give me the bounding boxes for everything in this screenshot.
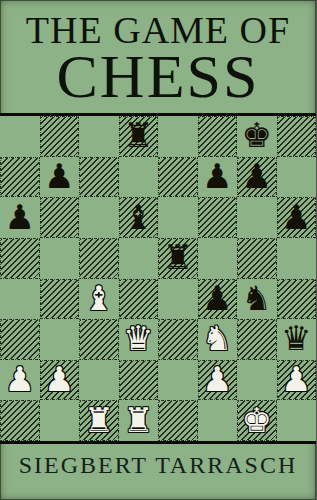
black-pawn-b7: ♟ xyxy=(44,159,74,193)
white-queen-d3: ♛ xyxy=(123,321,153,355)
square-h5 xyxy=(277,238,317,279)
square-h8 xyxy=(277,116,317,157)
white-pawn-f2: ♟ xyxy=(202,362,232,396)
square-c1: ♜ xyxy=(79,400,119,441)
square-h1 xyxy=(277,400,317,441)
square-e2 xyxy=(158,360,198,401)
square-h3: ♛ xyxy=(277,319,317,360)
black-rook-e5: ♜ xyxy=(163,240,193,274)
square-d3: ♛ xyxy=(119,319,159,360)
black-pawn-h6: ♟ xyxy=(281,200,311,234)
book-cover: THE GAME OF CHESS ♜♚♟♟♟♟♝♟♜♝♟♞♛♞♛♟♟♟♟♜♜♚… xyxy=(0,0,316,500)
square-e8 xyxy=(158,116,198,157)
square-a5 xyxy=(0,238,40,279)
square-a1 xyxy=(0,400,40,441)
black-king-g8: ♚ xyxy=(242,118,272,152)
white-bishop-c4: ♝ xyxy=(84,281,114,315)
square-b2: ♟ xyxy=(40,360,80,401)
square-g5 xyxy=(237,238,277,279)
square-c6 xyxy=(79,197,119,238)
square-f7: ♟ xyxy=(198,157,238,198)
square-g2 xyxy=(237,360,277,401)
square-d8: ♜ xyxy=(119,116,159,157)
square-g1: ♚ xyxy=(237,400,277,441)
black-pawn-f4: ♟ xyxy=(202,281,232,315)
square-g6 xyxy=(237,197,277,238)
white-rook-c1: ♜ xyxy=(84,403,114,437)
square-a6: ♟ xyxy=(0,197,40,238)
square-b8 xyxy=(40,116,80,157)
white-rook-d1: ♜ xyxy=(123,403,153,437)
square-f4: ♟ xyxy=(198,279,238,320)
square-f5 xyxy=(198,238,238,279)
square-d1: ♜ xyxy=(119,400,159,441)
square-f8 xyxy=(198,116,238,157)
square-e7 xyxy=(158,157,198,198)
square-a7 xyxy=(0,157,40,198)
white-king-g1: ♚ xyxy=(242,403,272,437)
square-e1 xyxy=(158,400,198,441)
square-b4 xyxy=(40,279,80,320)
white-knight-f3: ♞ xyxy=(202,321,232,355)
square-f3: ♞ xyxy=(198,319,238,360)
white-pawn-b2: ♟ xyxy=(44,362,74,396)
square-f1 xyxy=(198,400,238,441)
square-a3 xyxy=(0,319,40,360)
square-d7 xyxy=(119,157,159,198)
square-g3 xyxy=(237,319,277,360)
square-c3 xyxy=(79,319,119,360)
square-h4 xyxy=(277,279,317,320)
square-f2: ♟ xyxy=(198,360,238,401)
square-c4: ♝ xyxy=(79,279,119,320)
square-a2: ♟ xyxy=(0,360,40,401)
square-c5 xyxy=(79,238,119,279)
chess-board: ♜♚♟♟♟♟♝♟♜♝♟♞♛♞♛♟♟♟♟♜♜♚ xyxy=(0,116,316,441)
white-pawn-a2: ♟ xyxy=(5,362,35,396)
square-e3 xyxy=(158,319,198,360)
book-author: SIEGBERT TARRASCH xyxy=(0,444,316,500)
square-d2 xyxy=(119,360,159,401)
square-d5 xyxy=(119,238,159,279)
black-bishop-d6: ♝ xyxy=(123,200,153,234)
title-block: THE GAME OF CHESS xyxy=(0,0,316,113)
square-b1 xyxy=(40,400,80,441)
square-g7: ♟ xyxy=(237,157,277,198)
black-queen-h3: ♛ xyxy=(281,321,311,355)
square-c8 xyxy=(79,116,119,157)
square-b6 xyxy=(40,197,80,238)
square-a4 xyxy=(0,279,40,320)
book-title-line2: CHESS xyxy=(0,45,316,107)
black-pawn-f7: ♟ xyxy=(202,159,232,193)
square-e5: ♜ xyxy=(158,238,198,279)
square-b5 xyxy=(40,238,80,279)
square-c7 xyxy=(79,157,119,198)
square-h7 xyxy=(277,157,317,198)
square-d4 xyxy=(119,279,159,320)
black-pawn-g7: ♟ xyxy=(242,159,272,193)
square-g4: ♞ xyxy=(237,279,277,320)
black-knight-g4: ♞ xyxy=(242,281,272,315)
square-h2: ♟ xyxy=(277,360,317,401)
square-b3 xyxy=(40,319,80,360)
black-pawn-a6: ♟ xyxy=(5,200,35,234)
square-h6: ♟ xyxy=(277,197,317,238)
square-e4 xyxy=(158,279,198,320)
square-g8: ♚ xyxy=(237,116,277,157)
square-b7: ♟ xyxy=(40,157,80,198)
square-e6 xyxy=(158,197,198,238)
square-f6 xyxy=(198,197,238,238)
black-rook-d8: ♜ xyxy=(123,118,153,152)
square-c2 xyxy=(79,360,119,401)
square-a8 xyxy=(0,116,40,157)
white-pawn-h2: ♟ xyxy=(281,362,311,396)
square-d6: ♝ xyxy=(119,197,159,238)
